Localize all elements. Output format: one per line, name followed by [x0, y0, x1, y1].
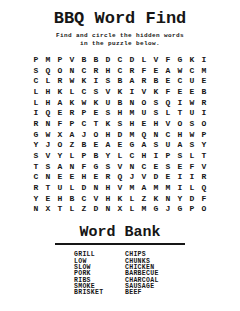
grid-cell[interactable]: A	[138, 182, 150, 193]
page-title: BBQ Word Find	[0, 0, 240, 28]
grid-cell[interactable]: H	[42, 97, 54, 108]
grid-cell[interactable]: L	[42, 75, 54, 86]
grid-cell[interactable]: I	[174, 97, 186, 108]
grid-cell[interactable]: E	[198, 75, 210, 86]
grid-cell[interactable]: E	[150, 161, 162, 172]
subtitle-line-2: in the puzzle below.	[0, 40, 240, 48]
grid-cell[interactable]: E	[174, 86, 186, 97]
grid-cell[interactable]: P	[198, 129, 210, 140]
grid-cell[interactable]: V	[66, 54, 78, 65]
grid-cell[interactable]: U	[102, 97, 114, 108]
grid-cell[interactable]: M	[126, 129, 138, 140]
grid-cell[interactable]: M	[42, 54, 54, 65]
grid-cell[interactable]: B	[198, 86, 210, 97]
grid-cell[interactable]: H	[114, 107, 126, 118]
grid-cell[interactable]: G	[150, 204, 162, 215]
grid-cell[interactable]: N	[102, 204, 114, 215]
grid-cell[interactable]: N	[30, 204, 42, 215]
grid-cell[interactable]: I	[198, 107, 210, 118]
grid-cell[interactable]: U	[138, 107, 150, 118]
grid-cell[interactable]: F	[138, 65, 150, 76]
grid-cell[interactable]: V	[150, 54, 162, 65]
grid-cell[interactable]: C	[138, 161, 150, 172]
grid-cell[interactable]: L	[30, 97, 42, 108]
grid-cell[interactable]: L	[66, 182, 78, 193]
grid-cell[interactable]: S	[42, 161, 54, 172]
grid-cell[interactable]: S	[174, 150, 186, 161]
grid-cell[interactable]: K	[54, 86, 66, 97]
grid-cell[interactable]: D	[126, 54, 138, 65]
grid-cell[interactable]: V	[102, 86, 114, 97]
grid-cell[interactable]: B	[78, 140, 90, 151]
grid-cell[interactable]: U	[162, 140, 174, 151]
grid-cell[interactable]: L	[138, 54, 150, 65]
grid-cell[interactable]: S	[150, 97, 162, 108]
grid-cell[interactable]: P	[78, 150, 90, 161]
grid-cell[interactable]: N	[66, 65, 78, 76]
grid-cell[interactable]: C	[174, 75, 186, 86]
grid-cell[interactable]: V	[114, 182, 126, 193]
grid-cell[interactable]: E	[90, 172, 102, 183]
word-bank-item: BEEF	[125, 290, 166, 296]
grid-cell[interactable]: C	[78, 65, 90, 76]
grid-cell[interactable]: N	[126, 161, 138, 172]
grid-cell[interactable]: W	[78, 97, 90, 108]
grid-cell[interactable]: S	[150, 107, 162, 118]
grid-cell[interactable]: Q	[42, 65, 54, 76]
grid-cell[interactable]: F	[198, 193, 210, 204]
word-bank-column-left: GRILLLOWSLOWPORKRIBSSMOKEBRISKET	[74, 252, 115, 296]
grid-cell[interactable]: C	[78, 193, 90, 204]
grid-cell[interactable]: H	[102, 65, 114, 76]
grid-cell[interactable]: N	[42, 172, 54, 183]
grid-cell[interactable]: N	[150, 129, 162, 140]
grid-cell[interactable]: E	[66, 172, 78, 183]
subtitle-line-1: Find and circle the hidden words	[0, 32, 240, 40]
grid-cell[interactable]: F	[78, 161, 90, 172]
grid-cell[interactable]: K	[78, 75, 90, 86]
grid-cell[interactable]: O	[54, 140, 66, 151]
grid-cell[interactable]: D	[102, 54, 114, 65]
grid-cell[interactable]: F	[54, 118, 66, 129]
grid-cell[interactable]: B	[90, 150, 102, 161]
grid-cell[interactable]: H	[102, 193, 114, 204]
grid-cell[interactable]: E	[162, 172, 174, 183]
grid-cell[interactable]: L	[66, 86, 78, 97]
word-bank-item: BRISKET	[74, 290, 115, 296]
grid-cell[interactable]: M	[138, 204, 150, 215]
grid-cell[interactable]: K	[150, 193, 162, 204]
grid-cell[interactable]: Y	[102, 150, 114, 161]
grid-cell[interactable]: B	[114, 75, 126, 86]
grid-cell[interactable]: D	[78, 182, 90, 193]
grid-cell[interactable]: L	[114, 150, 126, 161]
grid-cell[interactable]: C	[126, 150, 138, 161]
grid-cell[interactable]: R	[90, 65, 102, 76]
grid-cell[interactable]: G	[126, 140, 138, 151]
grid-cell[interactable]: U	[54, 182, 66, 193]
grid-cell[interactable]: L	[186, 182, 198, 193]
grid-cell[interactable]: E	[90, 107, 102, 118]
grid-cell[interactable]: D	[90, 204, 102, 215]
grid-cell[interactable]: R	[30, 182, 42, 193]
grid-cell[interactable]: Z	[138, 193, 150, 204]
grid-cell[interactable]: O	[90, 129, 102, 140]
grid-cell[interactable]: E	[162, 75, 174, 86]
grid-cell[interactable]: L	[66, 150, 78, 161]
grid-cell[interactable]: S	[30, 65, 42, 76]
grid-cell[interactable]: E	[174, 161, 186, 172]
grid-cell[interactable]: B	[90, 54, 102, 65]
grid-cell[interactable]: V	[198, 161, 210, 172]
grid-cell[interactable]: F	[186, 161, 198, 172]
grid-cell[interactable]: Q	[162, 97, 174, 108]
grid-cell[interactable]: A	[66, 129, 78, 140]
grid-cell[interactable]: V	[138, 172, 150, 183]
grid-cell[interactable]: J	[126, 172, 138, 183]
grid-cell[interactable]: X	[114, 204, 126, 215]
grid-cell[interactable]: L	[126, 193, 138, 204]
grid-cell[interactable]: Y	[54, 150, 66, 161]
grid-cell[interactable]: M	[126, 107, 138, 118]
grid-cell[interactable]: N	[126, 97, 138, 108]
grid-cell[interactable]: S	[102, 107, 114, 118]
grid-cell[interactable]: E	[90, 140, 102, 151]
grid-cell[interactable]: R	[198, 97, 210, 108]
grid-cell[interactable]: S	[90, 86, 102, 97]
grid-cell[interactable]: R	[138, 75, 150, 86]
grid-cell[interactable]: N	[162, 193, 174, 204]
grid-cell[interactable]: I	[126, 86, 138, 97]
grid-cell[interactable]: I	[174, 182, 186, 193]
grid-cell[interactable]: O	[198, 204, 210, 215]
grid-cell[interactable]: W	[186, 97, 198, 108]
grid-cell[interactable]: A	[54, 97, 66, 108]
grid-cell[interactable]: H	[102, 129, 114, 140]
word-search-grid: PMPVBBDCDLVFGKISQONCRHCRFEAWCMCLRWKISBAR…	[0, 54, 240, 214]
grid-cell[interactable]: J	[162, 204, 174, 215]
grid-cell[interactable]: O	[54, 65, 66, 76]
grid-cell[interactable]: E	[138, 118, 150, 129]
worksheet: BBQ Word Find Find and circle the hidden…	[0, 0, 240, 311]
grid-cell[interactable]: I	[174, 172, 186, 183]
grid-cell[interactable]: S	[186, 118, 198, 129]
grid-cell[interactable]: G	[174, 54, 186, 65]
grid-cell[interactable]: O	[138, 97, 150, 108]
grid-cell[interactable]: S	[30, 150, 42, 161]
grid-cell[interactable]: H	[138, 150, 150, 161]
grid-cell[interactable]: L	[186, 150, 198, 161]
grid-cell[interactable]: I	[90, 75, 102, 86]
grid-cell[interactable]: H	[42, 86, 54, 97]
grid-cell[interactable]: Y	[30, 140, 42, 151]
grid-cell[interactable]: T	[42, 182, 54, 193]
grid-cell[interactable]: R	[30, 118, 42, 129]
grid-cell[interactable]: U	[186, 107, 198, 118]
grid-cell[interactable]: M	[126, 182, 138, 193]
grid-cell[interactable]: G	[90, 161, 102, 172]
grid-cell[interactable]: V	[42, 150, 54, 161]
grid-cell[interactable]: L	[30, 86, 42, 97]
grid-cell[interactable]: S	[162, 161, 174, 172]
grid-cell[interactable]: C	[78, 86, 90, 97]
word-bank: GRILLLOWSLOWPORKRIBSSMOKEBRISKET CHIPSCH…	[0, 252, 240, 296]
grid-cell[interactable]: Z	[66, 140, 78, 151]
grid-cell[interactable]: U	[186, 75, 198, 86]
grid-cell[interactable]: A	[54, 161, 66, 172]
grid-cell[interactable]: A	[126, 75, 138, 86]
grid-cell[interactable]: K	[150, 86, 162, 97]
grid-cell[interactable]: D	[114, 129, 126, 140]
grid-cell[interactable]: H	[174, 129, 186, 140]
grid-cell[interactable]: I	[198, 54, 210, 65]
grid-cell[interactable]: K	[114, 193, 126, 204]
grid-cell[interactable]: K	[114, 86, 126, 97]
grid-cell[interactable]: S	[186, 140, 198, 151]
grid-cell[interactable]: E	[186, 86, 198, 97]
grid-cell[interactable]: E	[42, 193, 54, 204]
grid-cell[interactable]: D	[186, 193, 198, 204]
grid-cell[interactable]: A	[174, 140, 186, 151]
grid-cell[interactable]: P	[78, 107, 90, 118]
subtitle: Find and circle the hidden words in the …	[0, 32, 240, 47]
grid-cell[interactable]: Z	[78, 204, 90, 215]
grid-cell[interactable]: C	[186, 65, 198, 76]
grid-cell[interactable]: A	[162, 65, 174, 76]
grid-cell[interactable]: H	[150, 118, 162, 129]
grid-cell[interactable]: W	[174, 65, 186, 76]
grid-cell[interactable]: T	[54, 204, 66, 215]
grid-cell[interactable]: H	[78, 172, 90, 183]
grid-cell[interactable]: E	[150, 65, 162, 76]
grid-cell[interactable]: O	[174, 118, 186, 129]
grid-cell[interactable]: Q	[138, 129, 150, 140]
grid-cell[interactable]: N	[66, 161, 78, 172]
grid-cell[interactable]: F	[162, 54, 174, 65]
grid-cell[interactable]: H	[54, 193, 66, 204]
grid-cell[interactable]: T	[174, 107, 186, 118]
grid-cell[interactable]: P	[186, 204, 198, 215]
grid-cell[interactable]: I	[150, 150, 162, 161]
grid-cell[interactable]: R	[102, 172, 114, 183]
grid-cell[interactable]: E	[54, 107, 66, 118]
grid-cell[interactable]: P	[54, 54, 66, 65]
grid-cell[interactable]: H	[102, 182, 114, 193]
grid-cell[interactable]: A	[102, 140, 114, 151]
word-bank-title: Word Bank	[0, 224, 240, 241]
grid-cell[interactable]: C	[78, 118, 90, 129]
grid-cell[interactable]: P	[66, 118, 78, 129]
grid-cell[interactable]: K	[186, 54, 198, 65]
grid-cell[interactable]: T	[90, 118, 102, 129]
grid-cell[interactable]: X	[42, 204, 54, 215]
grid-cell[interactable]: Q	[42, 107, 54, 118]
grid-cell[interactable]: V	[90, 193, 102, 204]
word-bank-column-right: CHIPSCHUNKSCHICKENBARBECUECHARCOALSAUSAG…	[125, 252, 166, 296]
grid-cell[interactable]: V	[114, 161, 126, 172]
grid-cell[interactable]: B	[78, 54, 90, 65]
grid-cell[interactable]: C	[114, 65, 126, 76]
grid-cell[interactable]: S	[102, 75, 114, 86]
grid-cell[interactable]: X	[54, 129, 66, 140]
grid-cell[interactable]: K	[66, 97, 78, 108]
grid-cell[interactable]: J	[42, 140, 54, 151]
grid-cell[interactable]: C	[30, 172, 42, 183]
grid-cell[interactable]: N	[42, 118, 54, 129]
grid-cell[interactable]: C	[162, 129, 174, 140]
grid-cell[interactable]: N	[90, 182, 102, 193]
grid-cell[interactable]: Q	[114, 172, 126, 183]
grid-cell[interactable]: D	[150, 172, 162, 183]
grid-cell[interactable]: E	[114, 140, 126, 151]
grid-cell[interactable]: C	[30, 75, 42, 86]
grid-cell[interactable]: R	[126, 65, 138, 76]
grid-cell[interactable]: T	[30, 161, 42, 172]
grid-cell[interactable]: W	[66, 75, 78, 86]
grid-cell[interactable]: T	[198, 150, 210, 161]
grid-cell[interactable]: Q	[198, 182, 210, 193]
grid-cell[interactable]: W	[42, 129, 54, 140]
grid-cell[interactable]: F	[162, 86, 174, 97]
grid-cell[interactable]: R	[66, 107, 78, 118]
grid-cell[interactable]: O	[198, 118, 210, 129]
grid-cell[interactable]: G	[30, 129, 42, 140]
grid-cell[interactable]: P	[162, 150, 174, 161]
grid-cell[interactable]: H	[126, 118, 138, 129]
grid-cell[interactable]: S	[150, 140, 162, 151]
grid-cell[interactable]: I	[186, 172, 198, 183]
grid-cell[interactable]: K	[90, 97, 102, 108]
grid-cell[interactable]: A	[138, 140, 150, 151]
grid-cell[interactable]: R	[54, 75, 66, 86]
grid-cell[interactable]: Y	[174, 193, 186, 204]
grid-cell[interactable]: R	[198, 172, 210, 183]
grid-cell[interactable]: E	[54, 172, 66, 183]
grid-cell[interactable]: L	[126, 204, 138, 215]
grid-cell[interactable]: Y	[198, 140, 210, 151]
grid-cell[interactable]: M	[162, 182, 174, 193]
grid-cell[interactable]: M	[198, 65, 210, 76]
grid-cell[interactable]: V	[162, 118, 174, 129]
grid-cell[interactable]: J	[78, 129, 90, 140]
word-bank-underline	[55, 243, 185, 245]
grid-cell[interactable]: B	[114, 97, 126, 108]
grid-cell[interactable]: I	[30, 107, 42, 118]
grid-cell[interactable]: G	[174, 204, 186, 215]
grid-cell[interactable]: L	[162, 107, 174, 118]
grid-cell[interactable]: K	[102, 118, 114, 129]
grid-cell[interactable]: B	[150, 75, 162, 86]
grid-cell[interactable]: M	[150, 182, 162, 193]
grid-cell[interactable]: L	[66, 204, 78, 215]
grid-cell[interactable]: W	[186, 129, 198, 140]
grid-cell[interactable]: S	[114, 118, 126, 129]
grid-cell[interactable]: P	[30, 54, 42, 65]
grid-cell[interactable]: Y	[30, 193, 42, 204]
grid-cell[interactable]: S	[102, 161, 114, 172]
grid-cell[interactable]: V	[138, 86, 150, 97]
grid-cell[interactable]: B	[66, 193, 78, 204]
grid-cell[interactable]: C	[114, 54, 126, 65]
